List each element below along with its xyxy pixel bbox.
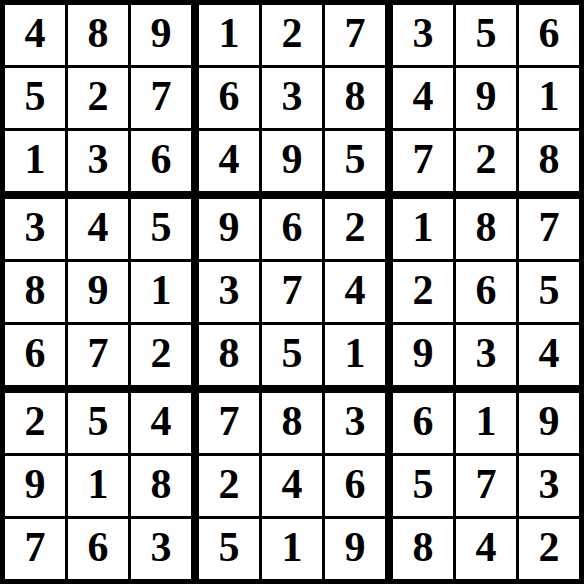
sudoku-cell: 1 (199, 5, 259, 65)
sudoku-cell: 5 (68, 393, 128, 453)
sudoku-cell: 5 (131, 199, 191, 259)
sudoku-cell: 2 (68, 68, 128, 128)
sudoku-cell: 9 (456, 68, 516, 128)
sudoku-cell: 7 (5, 519, 65, 579)
sudoku-cell: 1 (5, 131, 65, 191)
sudoku-cell: 1 (456, 393, 516, 453)
sudoku-cell: 2 (456, 131, 516, 191)
sudoku-cell: 3 (199, 262, 259, 322)
sudoku-cell: 2 (325, 199, 385, 259)
sudoku-cell: 5 (393, 456, 453, 516)
sudoku-cell: 4 (325, 262, 385, 322)
sudoku-cell: 8 (519, 131, 579, 191)
sudoku-cell: 5 (519, 262, 579, 322)
sudoku-cell: 1 (68, 456, 128, 516)
sudoku-cell: 7 (456, 456, 516, 516)
sudoku-cell: 6 (325, 456, 385, 516)
sudoku-cell: 3 (393, 5, 453, 65)
sudoku-board: 4891273565276384911364957283459621878913… (0, 0, 584, 584)
sudoku-cell: 2 (262, 5, 322, 65)
sudoku-cell: 6 (262, 199, 322, 259)
sudoku-cell: 6 (199, 68, 259, 128)
sudoku-cell: 8 (262, 393, 322, 453)
sudoku-cell: 5 (262, 325, 322, 385)
sudoku-cell: 6 (519, 5, 579, 65)
sudoku-cell: 7 (68, 325, 128, 385)
sudoku-cell: 6 (393, 393, 453, 453)
sudoku-cell: 7 (262, 262, 322, 322)
sudoku-cell: 3 (262, 68, 322, 128)
sudoku-cell: 3 (519, 456, 579, 516)
sudoku-cell: 5 (456, 5, 516, 65)
sudoku-cell: 1 (393, 199, 453, 259)
sudoku-cell: 3 (325, 393, 385, 453)
sudoku-cell: 2 (5, 393, 65, 453)
sudoku-cell: 9 (68, 262, 128, 322)
sudoku-cell: 9 (199, 199, 259, 259)
sudoku-cell: 7 (519, 199, 579, 259)
sudoku-cell: 1 (519, 68, 579, 128)
sudoku-cell: 6 (131, 131, 191, 191)
sudoku-cell: 2 (131, 325, 191, 385)
sudoku-cell: 1 (262, 519, 322, 579)
sudoku-cell: 8 (199, 325, 259, 385)
sudoku-cell: 4 (199, 131, 259, 191)
sudoku-cell: 4 (456, 519, 516, 579)
sudoku-cell: 4 (393, 68, 453, 128)
sudoku-cell: 4 (68, 199, 128, 259)
sudoku-cell: 8 (325, 68, 385, 128)
sudoku-cell: 4 (262, 456, 322, 516)
sudoku-cell: 6 (68, 519, 128, 579)
sudoku-cell: 7 (131, 68, 191, 128)
sudoku-cell: 9 (5, 456, 65, 516)
sudoku-cell: 6 (5, 325, 65, 385)
sudoku-cell: 8 (393, 519, 453, 579)
sudoku-cell: 4 (131, 393, 191, 453)
sudoku-cell: 9 (131, 5, 191, 65)
sudoku-cell: 7 (325, 5, 385, 65)
sudoku-cell: 6 (456, 262, 516, 322)
sudoku-cell: 2 (393, 262, 453, 322)
sudoku-cell: 3 (456, 325, 516, 385)
sudoku-cell: 3 (131, 519, 191, 579)
sudoku-cell: 8 (456, 199, 516, 259)
sudoku-cell: 5 (199, 519, 259, 579)
sudoku-cell: 8 (5, 262, 65, 322)
sudoku-cell: 8 (68, 5, 128, 65)
sudoku-cell: 1 (325, 325, 385, 385)
sudoku-cell: 4 (5, 5, 65, 65)
sudoku-cell: 7 (199, 393, 259, 453)
sudoku-cell: 5 (5, 68, 65, 128)
sudoku-cell: 3 (5, 199, 65, 259)
sudoku-cell: 1 (131, 262, 191, 322)
sudoku-cell: 2 (199, 456, 259, 516)
sudoku-cell: 9 (325, 519, 385, 579)
sudoku-cell: 5 (325, 131, 385, 191)
sudoku-cell: 9 (262, 131, 322, 191)
sudoku-cell: 3 (68, 131, 128, 191)
sudoku-cell: 9 (519, 393, 579, 453)
sudoku-cell: 9 (393, 325, 453, 385)
sudoku-cell: 4 (519, 325, 579, 385)
sudoku-cell: 8 (131, 456, 191, 516)
sudoku-cell: 2 (519, 519, 579, 579)
sudoku-cell: 7 (393, 131, 453, 191)
